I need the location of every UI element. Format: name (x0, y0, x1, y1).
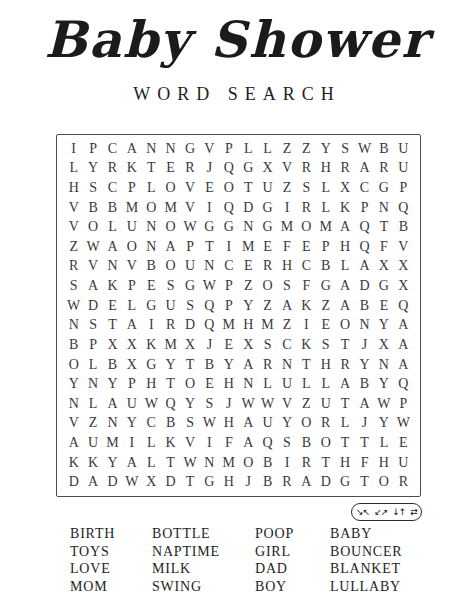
grid-cell-r10c13[interactable]: I (297, 315, 316, 335)
grid-cell-r13c16[interactable]: B (355, 374, 374, 394)
grid-cell-r14c3[interactable]: A (103, 394, 122, 414)
grid-cell-r7c2[interactable]: V (83, 257, 102, 277)
grid-cell-r16c5[interactable]: L (142, 433, 161, 453)
grid-cell-r14c9[interactable]: J (219, 394, 238, 414)
grid-cell-r2c5[interactable]: T (142, 159, 161, 179)
grid-cell-r2c16[interactable]: A (355, 159, 374, 179)
grid-cell-r12c2[interactable]: L (83, 355, 102, 375)
grid-cell-r11c6[interactable]: M (161, 335, 180, 355)
grid-cell-r15c9[interactable]: H (219, 414, 238, 434)
grid-cell-r1c17[interactable]: B (374, 139, 393, 159)
grid-cell-r1c4[interactable]: A (122, 139, 141, 159)
grid-cell-r2c7[interactable]: R (180, 159, 199, 179)
grid-cell-r4c6[interactable]: M (161, 198, 180, 218)
grid-cell-r12c3[interactable]: B (103, 355, 122, 375)
grid-cell-r4c5[interactable]: O (142, 198, 161, 218)
grid-cell-r2c11[interactable]: X (258, 159, 277, 179)
grid-cell-r9c3[interactable]: E (103, 296, 122, 316)
grid-cell-r3c14[interactable]: L (316, 178, 335, 198)
grid-cell-r6c6[interactable]: A (161, 237, 180, 257)
grid-cell-r7c16[interactable]: A (355, 257, 374, 277)
grid-cell-r1c8[interactable]: V (200, 139, 219, 159)
grid-cell-r12c14[interactable]: H (316, 355, 335, 375)
grid-cell-r9c13[interactable]: K (297, 296, 316, 316)
grid-cell-r7c17[interactable]: X (374, 257, 393, 277)
grid-cell-r14c1[interactable]: N (64, 394, 83, 414)
grid-cell-r13c15[interactable]: A (335, 374, 354, 394)
grid-cell-r18c8[interactable]: G (200, 472, 219, 492)
grid-cell-r14c7[interactable]: Y (180, 394, 199, 414)
grid-cell-r15c10[interactable]: A (239, 414, 258, 434)
grid-cell-r2c9[interactable]: Q (219, 159, 238, 179)
grid-cell-r14c4[interactable]: U (122, 394, 141, 414)
grid-cell-r15c3[interactable]: N (103, 414, 122, 434)
grid-cell-r12c7[interactable]: T (180, 355, 199, 375)
grid-cell-r11c11[interactable]: S (258, 335, 277, 355)
grid-cell-r12c5[interactable]: G (142, 355, 161, 375)
grid-cell-r7c13[interactable]: C (297, 257, 316, 277)
grid-cell-r11c13[interactable]: K (297, 335, 316, 355)
grid-cell-r17c14[interactable]: T (316, 453, 335, 473)
grid-cell-r13c2[interactable]: N (83, 374, 102, 394)
grid-cell-r8c17[interactable]: G (374, 276, 393, 296)
grid-cell-r17c9[interactable]: M (219, 453, 238, 473)
grid-cell-r16c15[interactable]: T (335, 433, 354, 453)
grid-cell-r12c11[interactable]: R (258, 355, 277, 375)
grid-cell-r16c18[interactable]: E (394, 433, 413, 453)
grid-cell-r6c13[interactable]: E (297, 237, 316, 257)
grid-cell-r6c8[interactable]: T (200, 237, 219, 257)
grid-cell-r16c10[interactable]: A (239, 433, 258, 453)
grid-cell-r17c6[interactable]: T (161, 453, 180, 473)
grid-cell-r18c12[interactable]: R (277, 472, 296, 492)
grid-cell-r8c9[interactable]: P (219, 276, 238, 296)
grid-cell-r1c14[interactable]: Y (316, 139, 335, 159)
grid-cell-r1c5[interactable]: N (142, 139, 161, 159)
grid-cell-r1c3[interactable]: C (103, 139, 122, 159)
grid-cell-r16c8[interactable]: I (200, 433, 219, 453)
grid-cell-r5c17[interactable]: T (374, 217, 393, 237)
grid-cell-r13c10[interactable]: N (239, 374, 258, 394)
grid-cell-r1c13[interactable]: Z (297, 139, 316, 159)
grid-cell-r10c3[interactable]: T (103, 315, 122, 335)
grid-cell-r3c1[interactable]: H (64, 178, 83, 198)
grid-cell-r17c5[interactable]: L (142, 453, 161, 473)
grid-cell-r5c10[interactable]: N (239, 217, 258, 237)
grid-cell-r1c11[interactable]: L (258, 139, 277, 159)
grid-cell-r18c15[interactable]: G (335, 472, 354, 492)
grid-cell-r17c13[interactable]: R (297, 453, 316, 473)
grid-cell-r8c3[interactable]: K (103, 276, 122, 296)
grid-cell-r15c5[interactable]: C (142, 414, 161, 434)
grid-cell-r6c5[interactable]: N (142, 237, 161, 257)
grid-cell-r10c6[interactable]: R (161, 315, 180, 335)
grid-cell-r5c2[interactable]: O (83, 217, 102, 237)
grid-cell-r11c17[interactable]: X (374, 335, 393, 355)
grid-cell-r14c10[interactable]: W (239, 394, 258, 414)
grid-cell-r16c13[interactable]: B (297, 433, 316, 453)
grid-cell-r8c15[interactable]: A (335, 276, 354, 296)
grid-cell-r18c1[interactable]: D (64, 472, 83, 492)
grid-cell-r8c2[interactable]: A (83, 276, 102, 296)
grid-cell-r9c16[interactable]: B (355, 296, 374, 316)
grid-cell-r16c12[interactable]: S (277, 433, 296, 453)
grid-cell-r17c3[interactable]: Y (103, 453, 122, 473)
grid-cell-r4c18[interactable]: Q (394, 198, 413, 218)
grid-cell-r8c4[interactable]: P (122, 276, 141, 296)
grid-cell-r18c14[interactable]: D (316, 472, 335, 492)
grid-cell-r9c1[interactable]: W (64, 296, 83, 316)
grid-cell-r16c2[interactable]: U (83, 433, 102, 453)
grid-cell-r8c14[interactable]: G (316, 276, 335, 296)
grid-cell-r3c3[interactable]: C (103, 178, 122, 198)
grid-cell-r2c13[interactable]: R (297, 159, 316, 179)
grid-cell-r14c8[interactable]: S (200, 394, 219, 414)
grid-cell-r11c12[interactable]: C (277, 335, 296, 355)
grid-cell-r10c2[interactable]: S (83, 315, 102, 335)
grid-cell-r7c18[interactable]: X (394, 257, 413, 277)
grid-cell-r4c8[interactable]: I (200, 198, 219, 218)
grid-cell-r11c1[interactable]: B (64, 335, 83, 355)
grid-cell-r17c7[interactable]: W (180, 453, 199, 473)
grid-cell-r15c14[interactable]: R (316, 414, 335, 434)
grid-cell-r18c2[interactable]: A (83, 472, 102, 492)
grid-cell-r2c15[interactable]: R (335, 159, 354, 179)
grid-cell-r6c11[interactable]: E (258, 237, 277, 257)
grid-cell-r1c16[interactable]: W (355, 139, 374, 159)
grid-cell-r10c9[interactable]: M (219, 315, 238, 335)
grid-cell-r17c15[interactable]: H (335, 453, 354, 473)
grid-cell-r14c18[interactable]: P (394, 394, 413, 414)
grid-cell-r15c1[interactable]: V (64, 414, 83, 434)
grid-cell-r7c6[interactable]: O (161, 257, 180, 277)
grid-cell-r3c18[interactable]: P (394, 178, 413, 198)
grid-cell-r16c4[interactable]: I (122, 433, 141, 453)
grid-cell-r5c12[interactable]: M (277, 217, 296, 237)
grid-cell-r1c10[interactable]: L (239, 139, 258, 159)
grid-cell-r10c1[interactable]: N (64, 315, 83, 335)
grid-cell-r2c10[interactable]: G (239, 159, 258, 179)
grid-cell-r17c10[interactable]: O (239, 453, 258, 473)
grid-cell-r15c16[interactable]: J (355, 414, 374, 434)
grid-cell-r18c7[interactable]: T (180, 472, 199, 492)
grid-cell-r4c12[interactable]: I (277, 198, 296, 218)
grid-cell-r10c16[interactable]: N (355, 315, 374, 335)
grid-cell-r2c12[interactable]: V (277, 159, 296, 179)
grid-cell-r14c16[interactable]: A (355, 394, 374, 414)
grid-cell-r16c11[interactable]: Q (258, 433, 277, 453)
grid-cell-r13c7[interactable]: O (180, 374, 199, 394)
grid-cell-r13c18[interactable]: Q (394, 374, 413, 394)
grid-cell-r8c5[interactable]: E (142, 276, 161, 296)
grid-cell-r1c7[interactable]: G (180, 139, 199, 159)
grid-cell-r18c18[interactable]: R (394, 472, 413, 492)
grid-cell-r14c14[interactable]: U (316, 394, 335, 414)
grid-cell-r8c11[interactable]: O (258, 276, 277, 296)
grid-cell-r9c6[interactable]: U (161, 296, 180, 316)
grid-cell-r16c7[interactable]: V (180, 433, 199, 453)
grid-cell-r8c16[interactable]: D (355, 276, 374, 296)
grid-cell-r7c1[interactable]: R (64, 257, 83, 277)
grid-cell-r10c11[interactable]: M (258, 315, 277, 335)
grid-cell-r3c11[interactable]: U (258, 178, 277, 198)
grid-cell-r9c11[interactable]: Z (258, 296, 277, 316)
grid-cell-r1c2[interactable]: P (83, 139, 102, 159)
grid-cell-r6c16[interactable]: Q (355, 237, 374, 257)
grid-cell-r3c8[interactable]: E (200, 178, 219, 198)
grid-cell-r3c5[interactable]: L (142, 178, 161, 198)
grid-cell-r5c11[interactable]: G (258, 217, 277, 237)
grid-cell-r18c5[interactable]: X (142, 472, 161, 492)
grid-cell-r2c3[interactable]: R (103, 159, 122, 179)
grid-cell-r11c7[interactable]: X (180, 335, 199, 355)
grid-cell-r15c12[interactable]: Y (277, 414, 296, 434)
grid-cell-r17c16[interactable]: F (355, 453, 374, 473)
grid-cell-r18c10[interactable]: J (239, 472, 258, 492)
grid-cell-r8c8[interactable]: W (200, 276, 219, 296)
grid-cell-r15c15[interactable]: L (335, 414, 354, 434)
grid-cell-r3c7[interactable]: V (180, 178, 199, 198)
grid-cell-r4c11[interactable]: G (258, 198, 277, 218)
grid-cell-r10c14[interactable]: E (316, 315, 335, 335)
grid-cell-r5c9[interactable]: G (219, 217, 238, 237)
grid-cell-r6c4[interactable]: O (122, 237, 141, 257)
grid-cell-r17c18[interactable]: U (394, 453, 413, 473)
grid-cell-r6c17[interactable]: F (374, 237, 393, 257)
grid-cell-r2c6[interactable]: E (161, 159, 180, 179)
grid-cell-r11c10[interactable]: X (239, 335, 258, 355)
grid-cell-r5c13[interactable]: O (297, 217, 316, 237)
grid-cell-r12c4[interactable]: X (122, 355, 141, 375)
grid-cell-r13c9[interactable]: H (219, 374, 238, 394)
grid-cell-r5c7[interactable]: W (180, 217, 199, 237)
grid-cell-r4c13[interactable]: R (297, 198, 316, 218)
grid-cell-r17c8[interactable]: N (200, 453, 219, 473)
grid-cell-r8c1[interactable]: S (64, 276, 83, 296)
grid-cell-r12c12[interactable]: N (277, 355, 296, 375)
grid-cell-r12c16[interactable]: Y (355, 355, 374, 375)
grid-cell-r16c9[interactable]: F (219, 433, 238, 453)
grid-cell-r5c3[interactable]: L (103, 217, 122, 237)
grid-cell-r14c15[interactable]: T (335, 394, 354, 414)
grid-cell-r3c6[interactable]: O (161, 178, 180, 198)
grid-cell-r5c5[interactable]: N (142, 217, 161, 237)
grid-cell-r6c10[interactable]: M (239, 237, 258, 257)
grid-cell-r14c17[interactable]: W (374, 394, 393, 414)
grid-cell-r10c8[interactable]: Q (200, 315, 219, 335)
grid-cell-r13c12[interactable]: U (277, 374, 296, 394)
grid-cell-r6c7[interactable]: P (180, 237, 199, 257)
grid-cell-r13c17[interactable]: Y (374, 374, 393, 394)
grid-cell-r7c14[interactable]: B (316, 257, 335, 277)
grid-cell-r9c5[interactable]: G (142, 296, 161, 316)
grid-cell-r4c15[interactable]: K (335, 198, 354, 218)
grid-cell-r12c10[interactable]: A (239, 355, 258, 375)
grid-cell-r15c4[interactable]: Y (122, 414, 141, 434)
grid-cell-r4c10[interactable]: D (239, 198, 258, 218)
grid-cell-r18c4[interactable]: W (122, 472, 141, 492)
grid-cell-r12c17[interactable]: N (374, 355, 393, 375)
grid-cell-r6c9[interactable]: I (219, 237, 238, 257)
grid-cell-r6c15[interactable]: H (335, 237, 354, 257)
grid-cell-r16c17[interactable]: L (374, 433, 393, 453)
grid-cell-r8c7[interactable]: G (180, 276, 199, 296)
grid-cell-r12c8[interactable]: B (200, 355, 219, 375)
grid-cell-r2c18[interactable]: U (394, 159, 413, 179)
grid-cell-r17c2[interactable]: K (83, 453, 102, 473)
grid-cell-r2c4[interactable]: K (122, 159, 141, 179)
grid-cell-r12c15[interactable]: R (335, 355, 354, 375)
grid-cell-r3c17[interactable]: G (374, 178, 393, 198)
grid-cell-r10c7[interactable]: D (180, 315, 199, 335)
grid-cell-r9c9[interactable]: P (219, 296, 238, 316)
grid-cell-r6c12[interactable]: F (277, 237, 296, 257)
grid-cell-r17c17[interactable]: H (374, 453, 393, 473)
grid-cell-r11c16[interactable]: J (355, 335, 374, 355)
grid-cell-r5c6[interactable]: O (161, 217, 180, 237)
grid-cell-r10c5[interactable]: I (142, 315, 161, 335)
grid-cell-r11c9[interactable]: E (219, 335, 238, 355)
grid-cell-r4c16[interactable]: P (355, 198, 374, 218)
grid-cell-r7c12[interactable]: H (277, 257, 296, 277)
grid-cell-r3c2[interactable]: S (83, 178, 102, 198)
grid-cell-r6c2[interactable]: W (83, 237, 102, 257)
grid-cell-r13c13[interactable]: L (297, 374, 316, 394)
grid-cell-r12c13[interactable]: T (297, 355, 316, 375)
grid-cell-r4c3[interactable]: B (103, 198, 122, 218)
grid-cell-r8c10[interactable]: Z (239, 276, 258, 296)
grid-cell-r7c3[interactable]: N (103, 257, 122, 277)
grid-cell-r18c16[interactable]: T (355, 472, 374, 492)
grid-cell-r15c18[interactable]: W (394, 414, 413, 434)
grid-cell-r7c5[interactable]: B (142, 257, 161, 277)
grid-cell-r1c18[interactable]: U (394, 139, 413, 159)
grid-cell-r5c14[interactable]: M (316, 217, 335, 237)
grid-cell-r13c6[interactable]: T (161, 374, 180, 394)
grid-cell-r15c8[interactable]: W (200, 414, 219, 434)
grid-cell-r13c11[interactable]: L (258, 374, 277, 394)
grid-cell-r16c16[interactable]: T (355, 433, 374, 453)
grid-cell-r1c6[interactable]: N (161, 139, 180, 159)
grid-cell-r10c18[interactable]: A (394, 315, 413, 335)
grid-cell-r5c8[interactable]: G (200, 217, 219, 237)
grid-cell-r4c9[interactable]: Q (219, 198, 238, 218)
grid-cell-r2c14[interactable]: H (316, 159, 335, 179)
grid-cell-r13c14[interactable]: L (316, 374, 335, 394)
grid-cell-r8c6[interactable]: S (161, 276, 180, 296)
grid-cell-r17c12[interactable]: I (277, 453, 296, 473)
grid-cell-r7c4[interactable]: V (122, 257, 141, 277)
grid-cell-r2c1[interactable]: L (64, 159, 83, 179)
grid-cell-r14c13[interactable]: Z (297, 394, 316, 414)
grid-cell-r1c1[interactable]: I (64, 139, 83, 159)
grid-cell-r7c8[interactable]: N (200, 257, 219, 277)
grid-cell-r2c8[interactable]: J (200, 159, 219, 179)
grid-cell-r11c18[interactable]: A (394, 335, 413, 355)
grid-cell-r16c6[interactable]: K (161, 433, 180, 453)
grid-cell-r15c7[interactable]: S (180, 414, 199, 434)
grid-cell-r15c13[interactable]: O (297, 414, 316, 434)
grid-cell-r13c5[interactable]: H (142, 374, 161, 394)
grid-cell-r1c12[interactable]: Z (277, 139, 296, 159)
grid-cell-r18c3[interactable]: D (103, 472, 122, 492)
grid-cell-r10c15[interactable]: O (335, 315, 354, 335)
grid-cell-r15c6[interactable]: B (161, 414, 180, 434)
grid-cell-r12c1[interactable]: O (64, 355, 83, 375)
grid-cell-r18c11[interactable]: B (258, 472, 277, 492)
grid-cell-r11c14[interactable]: S (316, 335, 335, 355)
grid-cell-r4c17[interactable]: N (374, 198, 393, 218)
grid-cell-r18c9[interactable]: H (219, 472, 238, 492)
grid-cell-r3c12[interactable]: Z (277, 178, 296, 198)
grid-cell-r7c11[interactable]: R (258, 257, 277, 277)
grid-cell-r9c18[interactable]: Q (394, 296, 413, 316)
grid-cell-r14c6[interactable]: Q (161, 394, 180, 414)
grid-cell-r4c4[interactable]: M (122, 198, 141, 218)
grid-cell-r9c2[interactable]: D (83, 296, 102, 316)
grid-cell-r3c13[interactable]: S (297, 178, 316, 198)
grid-cell-r7c15[interactable]: L (335, 257, 354, 277)
grid-cell-r9c17[interactable]: E (374, 296, 393, 316)
grid-cell-r10c12[interactable]: Z (277, 315, 296, 335)
grid-cell-r3c16[interactable]: C (355, 178, 374, 198)
grid-cell-r15c17[interactable]: Y (374, 414, 393, 434)
grid-cell-r11c2[interactable]: P (83, 335, 102, 355)
grid-cell-r17c11[interactable]: B (258, 453, 277, 473)
grid-cell-r5c18[interactable]: B (394, 217, 413, 237)
grid-cell-r3c10[interactable]: T (239, 178, 258, 198)
grid-cell-r9c4[interactable]: L (122, 296, 141, 316)
grid-cell-r16c14[interactable]: O (316, 433, 335, 453)
grid-cell-r10c4[interactable]: A (122, 315, 141, 335)
grid-cell-r14c12[interactable]: V (277, 394, 296, 414)
grid-cell-r13c8[interactable]: E (200, 374, 219, 394)
grid-cell-r8c18[interactable]: X (394, 276, 413, 296)
grid-cell-r7c10[interactable]: E (239, 257, 258, 277)
grid-cell-r18c17[interactable]: O (374, 472, 393, 492)
grid-cell-r5c16[interactable]: Q (355, 217, 374, 237)
grid-cell-r12c9[interactable]: Y (219, 355, 238, 375)
grid-cell-r11c3[interactable]: X (103, 335, 122, 355)
grid-cell-r1c15[interactable]: S (335, 139, 354, 159)
grid-cell-r4c7[interactable]: V (180, 198, 199, 218)
grid-cell-r16c3[interactable]: M (103, 433, 122, 453)
grid-cell-r5c15[interactable]: A (335, 217, 354, 237)
grid-cell-r18c13[interactable]: A (297, 472, 316, 492)
grid-cell-r5c1[interactable]: V (64, 217, 83, 237)
grid-cell-r3c9[interactable]: O (219, 178, 238, 198)
grid-cell-r3c15[interactable]: X (335, 178, 354, 198)
grid-cell-r13c1[interactable]: Y (64, 374, 83, 394)
grid-cell-r8c13[interactable]: F (297, 276, 316, 296)
grid-cell-r16c1[interactable]: A (64, 433, 83, 453)
grid-cell-r11c15[interactable]: T (335, 335, 354, 355)
grid-cell-r12c6[interactable]: Y (161, 355, 180, 375)
grid-cell-r9c10[interactable]: Y (239, 296, 258, 316)
grid-cell-r15c2[interactable]: Z (83, 414, 102, 434)
grid-cell-r2c17[interactable]: R (374, 159, 393, 179)
grid-cell-r18c6[interactable]: D (161, 472, 180, 492)
grid-cell-r9c12[interactable]: A (277, 296, 296, 316)
grid-cell-r9c7[interactable]: S (180, 296, 199, 316)
grid-cell-r2c2[interactable]: Y (83, 159, 102, 179)
grid-cell-r15c11[interactable]: U (258, 414, 277, 434)
grid-cell-r12c18[interactable]: A (394, 355, 413, 375)
grid-cell-r6c3[interactable]: A (103, 237, 122, 257)
grid-cell-r4c2[interactable]: B (83, 198, 102, 218)
grid-cell-r14c2[interactable]: L (83, 394, 102, 414)
grid-cell-r5c4[interactable]: U (122, 217, 141, 237)
